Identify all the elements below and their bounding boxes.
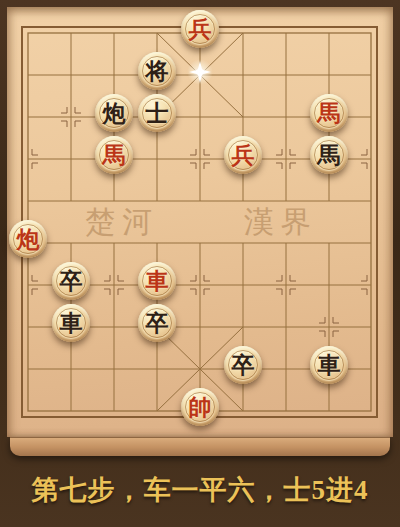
piece-black-soldier-3[interactable]: 卒 xyxy=(224,346,262,384)
piece-black-advisor[interactable]: 士 xyxy=(138,94,176,132)
piece-glyph: 車 xyxy=(318,353,341,376)
piece-red-soldier-2[interactable]: 兵 xyxy=(224,136,262,174)
piece-red-soldier-1[interactable]: 兵 xyxy=(181,10,219,48)
piece-black-soldier-1[interactable]: 卒 xyxy=(52,262,90,300)
piece-glyph: 馬 xyxy=(318,143,341,166)
piece-glyph: 帥 xyxy=(189,395,212,418)
piece-glyph: 車 xyxy=(146,269,169,292)
piece-glyph: 車 xyxy=(60,311,83,334)
piece-glyph: 馬 xyxy=(103,143,126,166)
piece-black-soldier-2[interactable]: 卒 xyxy=(138,304,176,342)
xiangqi-app: 楚河漢界 兵将炮士馬馬兵馬炮卒車車卒卒車帥 第七步，车一平六，士5进4 xyxy=(0,0,400,527)
piece-red-cannon[interactable]: 炮 xyxy=(9,220,47,258)
piece-black-chariot-2[interactable]: 車 xyxy=(310,346,348,384)
piece-glyph: 卒 xyxy=(60,269,83,292)
piece-glyph: 炮 xyxy=(17,227,40,250)
piece-glyph: 兵 xyxy=(189,17,212,40)
piece-glyph: 卒 xyxy=(146,311,169,334)
piece-glyph: 馬 xyxy=(318,101,341,124)
piece-glyph: 兵 xyxy=(232,143,255,166)
piece-black-horse[interactable]: 馬 xyxy=(310,136,348,174)
piece-glyph: 将 xyxy=(146,59,169,82)
piece-glyph: 卒 xyxy=(232,353,255,376)
piece-red-chariot[interactable]: 車 xyxy=(138,262,176,300)
piece-red-horse-1[interactable]: 馬 xyxy=(310,94,348,132)
piece-black-chariot-1[interactable]: 車 xyxy=(52,304,90,342)
piece-glyph: 士 xyxy=(146,101,169,124)
move-caption: 第七步，车一平六，士5进4 xyxy=(0,468,400,512)
piece-black-general[interactable]: 将 xyxy=(138,52,176,90)
piece-red-general[interactable]: 帥 xyxy=(181,388,219,426)
piece-red-horse-2[interactable]: 馬 xyxy=(95,136,133,174)
pieces-layer: 兵将炮士馬馬兵馬炮卒車車卒卒車帥 xyxy=(0,0,400,457)
piece-glyph: 炮 xyxy=(103,101,126,124)
piece-black-cannon[interactable]: 炮 xyxy=(95,94,133,132)
